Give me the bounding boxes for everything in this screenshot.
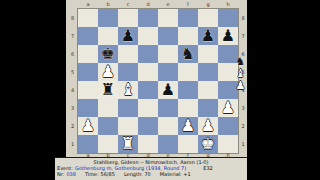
square-e4[interactable]: ♟ (158, 81, 178, 99)
square-d2[interactable] (138, 117, 158, 135)
square-f2[interactable]: ♟ (178, 117, 198, 135)
square-g2[interactable]: ♟ (198, 117, 218, 135)
file-label-d: d (138, 1, 158, 8)
rank-label-7: 7 (239, 27, 247, 45)
square-g5[interactable] (198, 63, 218, 81)
square-e5[interactable] (158, 63, 178, 81)
square-f1[interactable] (178, 135, 198, 153)
rank-label-6: 6 (68, 45, 77, 63)
square-d7[interactable] (138, 27, 158, 45)
square-h1[interactable] (218, 135, 238, 153)
rank-label-4: 4 (68, 81, 77, 99)
square-c4[interactable]: ♝ (118, 81, 138, 99)
square-e2[interactable] (158, 117, 178, 135)
square-f4[interactable] (178, 81, 198, 99)
file-label-c: c (118, 1, 138, 8)
square-b6[interactable]: ♚ (98, 45, 118, 63)
square-e7[interactable] (158, 27, 178, 45)
square-g8[interactable] (198, 9, 218, 27)
square-a3[interactable] (78, 99, 98, 117)
square-a8[interactable] (78, 9, 98, 27)
square-c8[interactable] (118, 9, 138, 27)
square-b4[interactable]: ♜ (98, 81, 118, 99)
square-h7[interactable]: ♟ (218, 27, 238, 45)
square-g3[interactable] (198, 99, 218, 117)
file-label-a: a (78, 1, 98, 8)
file-label-h: h (218, 1, 238, 8)
square-f8[interactable] (178, 9, 198, 27)
length-info: Length: 70 (124, 171, 151, 177)
rank-label-2: 2 (239, 117, 247, 135)
square-h3[interactable]: ♟ (218, 99, 238, 117)
white-bishop[interactable]: ♝ (121, 81, 135, 99)
black-pawn[interactable]: ♟ (121, 27, 135, 45)
square-a7[interactable] (78, 27, 98, 45)
rank-label-2: 2 (68, 117, 77, 135)
square-d8[interactable] (138, 9, 158, 27)
square-h8[interactable] (218, 9, 238, 27)
square-a2[interactable]: ♟ (78, 117, 98, 135)
square-g7[interactable]: ♟ (198, 27, 218, 45)
square-a5[interactable] (78, 63, 98, 81)
chess-board-panel: abcdefgh 87654321 ♟♟♟♚♞♟♜♝♟♟♟♟♟♜♚ 876543… (66, 0, 247, 157)
rank-label-3: 3 (68, 99, 77, 117)
move-number-value: 038 (66, 171, 76, 177)
square-a4[interactable] (78, 81, 98, 99)
square-d4[interactable] (138, 81, 158, 99)
black-pawn[interactable]: ♟ (221, 27, 235, 45)
square-d1[interactable] (138, 135, 158, 153)
rank-label-5: 5 (68, 63, 77, 81)
white-pawn[interactable]: ♟ (201, 117, 215, 135)
square-d5[interactable] (138, 63, 158, 81)
rank-labels-left: 87654321 (68, 9, 77, 153)
file-labels-top: abcdefgh (78, 1, 238, 8)
material-info: Material: +1 (160, 171, 191, 177)
square-e3[interactable] (158, 99, 178, 117)
square-g4[interactable] (198, 81, 218, 99)
chess-board[interactable]: ♟♟♟♚♞♟♜♝♟♟♟♟♟♜♚ (78, 9, 238, 153)
square-b3[interactable] (98, 99, 118, 117)
square-e8[interactable] (158, 9, 178, 27)
square-e1[interactable] (158, 135, 178, 153)
black-king[interactable]: ♚ (101, 45, 115, 63)
file-label-g: g (198, 1, 218, 8)
white-rook[interactable]: ♜ (121, 135, 135, 153)
black-rook[interactable]: ♜ (101, 81, 115, 99)
white-pawn-icon: ♟ (236, 80, 246, 92)
square-d3[interactable] (138, 99, 158, 117)
rank-label-1: 1 (239, 135, 247, 153)
rank-label-3: 3 (239, 99, 247, 117)
rank-label-8: 8 (68, 9, 77, 27)
rank-label-1: 1 (68, 135, 77, 153)
square-f3[interactable] (178, 99, 198, 117)
rank-label-8: 8 (239, 9, 247, 27)
file-label-e: e (158, 1, 178, 8)
black-knight[interactable]: ♞ (181, 45, 195, 63)
square-f5[interactable] (178, 63, 198, 81)
file-label-f: f (178, 1, 198, 8)
square-h2[interactable] (218, 117, 238, 135)
black-pawn[interactable]: ♟ (201, 27, 215, 45)
square-e6[interactable] (158, 45, 178, 63)
square-b5[interactable]: ♟ (98, 63, 118, 81)
file-label-b: b (98, 1, 118, 8)
square-b8[interactable] (98, 9, 118, 27)
square-c3[interactable] (118, 99, 138, 117)
square-b1[interactable] (98, 135, 118, 153)
square-c7[interactable]: ♟ (118, 27, 138, 45)
square-f6[interactable]: ♞ (178, 45, 198, 63)
square-f7[interactable] (178, 27, 198, 45)
white-king[interactable]: ♚ (201, 135, 215, 153)
white-pawn[interactable]: ♟ (181, 117, 195, 135)
white-pawn[interactable]: ♟ (101, 63, 115, 81)
move-number-label: Nr: (57, 171, 64, 177)
white-pawn[interactable]: ♟ (81, 117, 95, 135)
square-g1[interactable]: ♚ (198, 135, 218, 153)
white-pawn[interactable]: ♟ (221, 99, 235, 117)
rank-label-7: 7 (68, 27, 77, 45)
black-pawn[interactable]: ♟ (161, 81, 175, 99)
square-b2[interactable] (98, 117, 118, 135)
time-info: Time: 56/85 (85, 171, 115, 177)
game-info-bar: Stahlberg, Gideon -- Nimzowitsch, Aaron … (55, 157, 247, 180)
square-c2[interactable] (118, 117, 138, 135)
square-c5[interactable] (118, 63, 138, 81)
material-balance-tray: ♞♝♟ (234, 56, 247, 92)
square-d6[interactable] (138, 45, 158, 63)
square-a6[interactable] (78, 45, 98, 63)
square-a1[interactable] (78, 135, 98, 153)
square-c1[interactable]: ♜ (118, 135, 138, 153)
stats-line: Nr:038Time: 56/85Length: 70Material: +1 (55, 171, 249, 177)
square-g6[interactable] (198, 45, 218, 63)
square-c6[interactable] (118, 45, 138, 63)
square-b7[interactable] (98, 27, 118, 45)
